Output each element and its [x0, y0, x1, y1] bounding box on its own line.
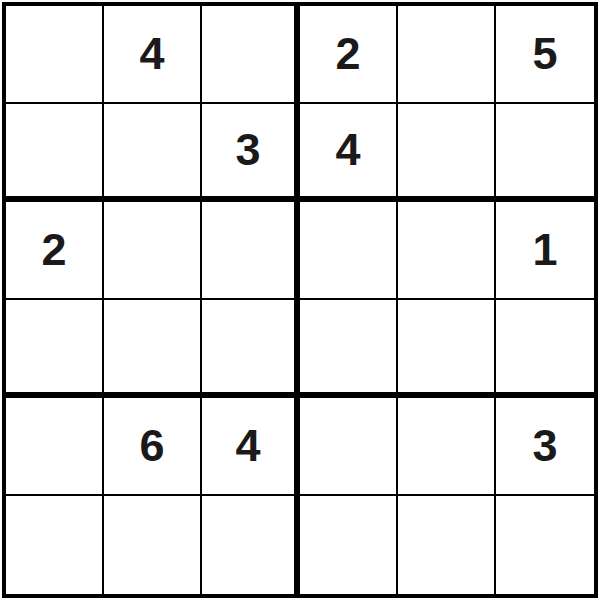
cell-r3c3[interactable] [202, 202, 300, 300]
cell-r1c4[interactable]: 2 [300, 6, 398, 104]
given-digit: 3 [532, 423, 557, 468]
cell-r2c2[interactable] [104, 104, 202, 202]
given-digit: 2 [41, 227, 66, 272]
cell-r6c5[interactable] [398, 496, 496, 594]
cell-r1c6[interactable]: 5 [496, 6, 594, 104]
cell-r5c2[interactable]: 6 [104, 398, 202, 496]
cell-r5c1[interactable] [6, 398, 104, 496]
given-digit: 3 [235, 127, 260, 172]
cell-r5c3[interactable]: 4 [202, 398, 300, 496]
cell-r6c1[interactable] [6, 496, 104, 594]
cell-r2c5[interactable] [398, 104, 496, 202]
cell-r3c2[interactable] [104, 202, 202, 300]
cell-r4c6[interactable] [496, 300, 594, 398]
sudoku-board-frame: 4253421643 [0, 0, 600, 600]
given-digit: 2 [335, 31, 360, 76]
cell-r6c3[interactable] [202, 496, 300, 594]
cell-r4c1[interactable] [6, 300, 104, 398]
given-digit: 4 [139, 31, 164, 76]
cell-r4c4[interactable] [300, 300, 398, 398]
cell-r4c2[interactable] [104, 300, 202, 398]
cell-r5c5[interactable] [398, 398, 496, 496]
cell-r1c2[interactable]: 4 [104, 6, 202, 104]
cell-r2c6[interactable] [496, 104, 594, 202]
cell-r3c6[interactable]: 1 [496, 202, 594, 300]
cell-r2c1[interactable] [6, 104, 104, 202]
cell-r4c5[interactable] [398, 300, 496, 398]
given-digit: 6 [139, 423, 164, 468]
cell-r4c3[interactable] [202, 300, 300, 398]
cell-r2c4[interactable]: 4 [300, 104, 398, 202]
given-digit: 5 [532, 31, 557, 76]
given-digit: 1 [532, 227, 557, 272]
cell-r6c4[interactable] [300, 496, 398, 594]
cell-r1c3[interactable] [202, 6, 300, 104]
sudoku-grid: 4253421643 [2, 2, 598, 598]
cell-r2c3[interactable]: 3 [202, 104, 300, 202]
cell-r5c6[interactable]: 3 [496, 398, 594, 496]
cell-r5c4[interactable] [300, 398, 398, 496]
cell-r6c2[interactable] [104, 496, 202, 594]
cell-r3c1[interactable]: 2 [6, 202, 104, 300]
cell-r3c5[interactable] [398, 202, 496, 300]
cell-r1c5[interactable] [398, 6, 496, 104]
cell-r3c4[interactable] [300, 202, 398, 300]
given-digit: 4 [335, 127, 360, 172]
cell-r6c6[interactable] [496, 496, 594, 594]
given-digit: 4 [235, 423, 260, 468]
cell-r1c1[interactable] [6, 6, 104, 104]
